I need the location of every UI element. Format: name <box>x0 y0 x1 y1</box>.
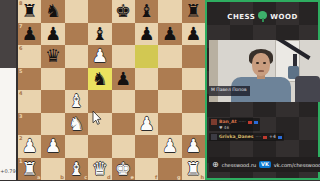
square-a5[interactable]: 5 <box>18 68 41 91</box>
file-label: g <box>177 174 181 180</box>
square-b1[interactable]: b <box>41 158 64 181</box>
flag-red-icon <box>248 121 252 124</box>
channel-logo: CHESS WOOD <box>207 11 318 22</box>
square-h7[interactable]: ♟ <box>182 23 205 46</box>
square-e7[interactable] <box>112 23 135 46</box>
streamer-face <box>252 53 270 76</box>
website-link[interactable]: chesswood.ru <box>222 162 256 168</box>
vk-link[interactable]: vk.com/chesswood <box>274 162 320 168</box>
square-g2[interactable]: ♟ <box>158 135 181 158</box>
square-c4[interactable]: ♝ <box>65 90 88 113</box>
vk-icon: VK <box>259 161 271 168</box>
square-g8[interactable] <box>158 0 181 23</box>
square-c3[interactable]: ♞ <box>65 113 88 136</box>
square-e2[interactable] <box>112 135 135 158</box>
square-c7[interactable] <box>65 23 88 46</box>
square-b2[interactable]: ♟ <box>41 135 64 158</box>
mouse-cursor-icon <box>92 111 102 125</box>
square-d4[interactable] <box>88 90 111 113</box>
white-pawn[interactable]: ♟ <box>88 45 111 68</box>
file-label: b <box>60 174 64 180</box>
square-e3[interactable] <box>112 113 135 136</box>
square-g4[interactable] <box>158 90 181 113</box>
square-f2[interactable] <box>135 135 158 158</box>
white-bishop[interactable]: ♝ <box>65 90 88 113</box>
black-pawn[interactable]: ♟ <box>135 23 158 46</box>
flag-red-icon <box>263 136 267 139</box>
white-pawn[interactable]: ♟ <box>182 135 205 158</box>
eye <box>263 62 266 64</box>
square-b5[interactable] <box>41 68 64 91</box>
black-knight[interactable]: ♞ <box>41 0 64 23</box>
square-f3[interactable]: ♟ <box>135 113 158 136</box>
logo-text-wood: WOOD <box>270 13 297 21</box>
chat-subline: ♥ 46 <box>219 125 258 130</box>
rank-label: 7 <box>19 23 22 29</box>
black-bishop[interactable]: ♝ <box>88 23 111 46</box>
evaluation-score: +0.79 <box>0 168 16 174</box>
chat-extra: +4 <box>269 134 276 140</box>
square-a2[interactable]: 2♟ <box>18 135 41 158</box>
square-e6[interactable] <box>112 45 135 68</box>
links-bar: ⊕ chesswood.ru VK vk.com/chesswood <box>209 157 320 172</box>
square-c1[interactable]: c♝ <box>65 158 88 181</box>
avatar <box>211 119 217 125</box>
square-b3[interactable] <box>41 113 64 136</box>
square-b7[interactable]: ♟ <box>41 23 64 46</box>
rank-label: 1 <box>19 158 22 164</box>
square-h8[interactable]: ♜ <box>182 0 205 23</box>
square-c5[interactable] <box>65 68 88 91</box>
chat-row: Ban_At ····· ♥ 46 <box>209 118 260 131</box>
mouth <box>258 70 264 72</box>
evaluation-bar-white-portion <box>0 68 16 180</box>
chat-row: Grivka_Danes ···· +4 <box>209 133 284 141</box>
black-pawn[interactable]: ♟ <box>41 23 64 46</box>
black-pawn[interactable]: ♟ <box>182 23 205 46</box>
square-b6[interactable]: ♛ <box>41 45 64 68</box>
white-pawn[interactable]: ♟ <box>135 113 158 136</box>
rank-label: 6 <box>19 45 22 51</box>
square-c2[interactable] <box>65 135 88 158</box>
white-pawn[interactable]: ♟ <box>41 135 64 158</box>
square-g5[interactable] <box>158 68 181 91</box>
chat-message: ···· <box>255 134 261 140</box>
black-knight[interactable]: ♞ <box>88 68 111 91</box>
file-label: a <box>37 174 40 180</box>
eye <box>256 62 259 64</box>
file-label: h <box>200 174 204 180</box>
evaluation-bar: +0.79 <box>0 0 16 180</box>
square-c6[interactable] <box>65 45 88 68</box>
black-queen[interactable]: ♛ <box>41 45 64 68</box>
square-h5[interactable] <box>182 68 205 91</box>
rank-label: 5 <box>19 68 22 74</box>
square-f6[interactable] <box>135 45 158 68</box>
square-f1[interactable]: f <box>135 158 158 181</box>
square-h4[interactable] <box>182 90 205 113</box>
black-rook[interactable]: ♜ <box>182 0 205 23</box>
white-pawn[interactable]: ♟ <box>158 135 181 158</box>
file-label: e <box>130 174 133 180</box>
square-f8[interactable]: ♝ <box>135 0 158 23</box>
chess-board[interactable]: 8♜♞♚♝♜7♟♟♝♟♟♟6♛♟5♞♟4♝3♞♟2♟♟♟♟1a♜bc♝d♛e♚f… <box>18 0 205 180</box>
file-label: f <box>155 174 157 180</box>
black-king[interactable]: ♚ <box>112 0 135 23</box>
logo-text-chess: CHESS <box>227 13 255 21</box>
square-f5[interactable] <box>135 68 158 91</box>
chat-ticker: Ban_At ····· ♥ 46 Grivka_Danes ···· +4 <box>209 118 320 143</box>
square-a1[interactable]: 1a♜ <box>18 158 41 181</box>
square-h2[interactable]: ♟ <box>182 135 205 158</box>
square-a7[interactable]: 7♟ <box>18 23 41 46</box>
square-e8[interactable]: ♚ <box>112 0 135 23</box>
square-c8[interactable] <box>65 0 88 23</box>
tree-icon <box>258 11 267 22</box>
square-a8[interactable]: 8♜ <box>18 0 41 23</box>
rank-label: 8 <box>19 0 22 6</box>
rank-label: 3 <box>19 113 22 119</box>
square-d2[interactable] <box>88 135 111 158</box>
webcam-caption: М Павел Попов <box>209 86 250 96</box>
avatar <box>211 134 217 140</box>
square-d7[interactable]: ♝ <box>88 23 111 46</box>
square-e4[interactable] <box>112 90 135 113</box>
square-b8[interactable]: ♞ <box>41 0 64 23</box>
square-d1[interactable]: d♛ <box>88 158 111 181</box>
black-pawn[interactable]: ♟ <box>158 23 181 46</box>
square-d6[interactable]: ♟ <box>88 45 111 68</box>
square-d8[interactable] <box>88 0 111 23</box>
stream-panel: CHESS WOOD М Павел Попов Ban_At ····· <box>205 0 320 180</box>
square-a3[interactable]: 3 <box>18 113 41 136</box>
square-e5[interactable]: ♟ <box>112 68 135 91</box>
black-bishop[interactable]: ♝ <box>135 0 158 23</box>
square-b4[interactable] <box>41 90 64 113</box>
square-h1[interactable]: h♜ <box>182 158 205 181</box>
flag-blue-icon <box>254 121 258 124</box>
file-label: c <box>84 174 87 180</box>
globe-icon: ⊕ <box>212 161 219 169</box>
chat-username: Grivka_Danes <box>219 134 253 140</box>
square-g1[interactable]: g <box>158 158 181 181</box>
flag-blue-icon <box>278 136 282 139</box>
square-f7[interactable]: ♟ <box>135 23 158 46</box>
square-e1[interactable]: e♚ <box>112 158 135 181</box>
square-h3[interactable] <box>182 113 205 136</box>
square-g6[interactable] <box>158 45 181 68</box>
square-a6[interactable]: 6 <box>18 45 41 68</box>
black-pawn[interactable]: ♟ <box>112 68 135 91</box>
square-d5[interactable]: ♞ <box>88 68 111 91</box>
white-knight[interactable]: ♞ <box>65 113 88 136</box>
square-a4[interactable]: 4 <box>18 90 41 113</box>
webcam-video: М Павел Попов <box>209 40 320 102</box>
rank-label: 4 <box>19 90 22 96</box>
file-label: d <box>107 174 111 180</box>
room-couch <box>295 76 320 102</box>
square-g7[interactable]: ♟ <box>158 23 181 46</box>
rank-label: 2 <box>19 135 22 141</box>
square-g3[interactable] <box>158 113 181 136</box>
square-f4[interactable] <box>135 90 158 113</box>
square-h6[interactable] <box>182 45 205 68</box>
